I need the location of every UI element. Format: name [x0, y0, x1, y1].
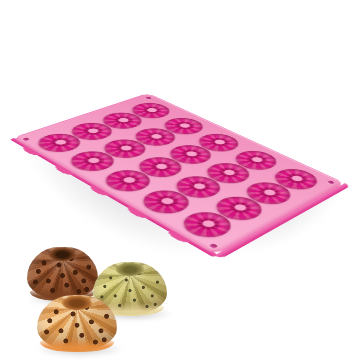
silicone-bundt-mold	[12, 93, 345, 255]
cake-crater	[61, 295, 93, 310]
vanilla-bundt-cake	[37, 291, 117, 353]
scene	[0, 0, 360, 360]
